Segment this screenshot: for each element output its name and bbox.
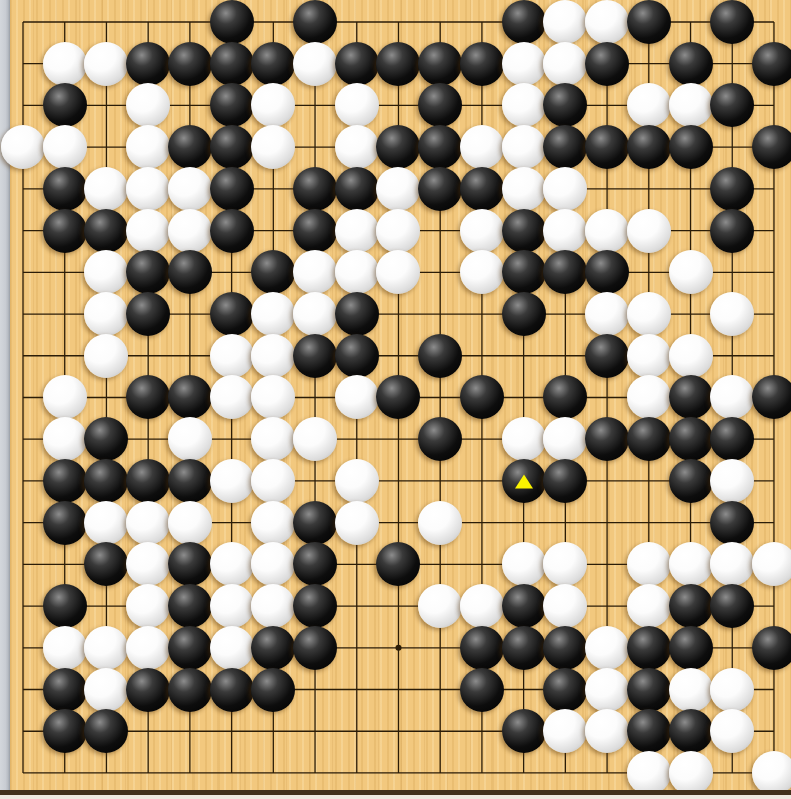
black-stone — [460, 668, 504, 712]
white-stone — [1, 125, 45, 169]
black-stone — [502, 292, 546, 336]
black-stone — [460, 42, 504, 86]
white-stone — [43, 375, 87, 419]
white-stone — [335, 501, 379, 545]
black-stone — [752, 626, 791, 670]
white-stone — [710, 292, 754, 336]
white-stone — [669, 83, 713, 127]
black-stone — [502, 250, 546, 294]
white-stone — [126, 626, 170, 670]
black-stone — [502, 0, 546, 44]
black-stone — [293, 167, 337, 211]
black-stone — [210, 125, 254, 169]
white-stone — [669, 334, 713, 378]
black-stone — [460, 167, 504, 211]
black-stone — [293, 0, 337, 44]
black-stone — [168, 668, 212, 712]
star-point — [395, 645, 401, 651]
white-stone — [335, 83, 379, 127]
white-stone — [84, 668, 128, 712]
black-stone — [669, 125, 713, 169]
white-stone — [460, 584, 504, 628]
black-stone — [627, 417, 671, 461]
black-stone — [126, 459, 170, 503]
black-stone — [210, 167, 254, 211]
white-stone — [210, 542, 254, 586]
black-stone-marked — [502, 459, 546, 503]
black-stone — [418, 334, 462, 378]
white-stone — [627, 375, 671, 419]
white-stone — [210, 459, 254, 503]
white-stone — [418, 584, 462, 628]
white-stone — [84, 501, 128, 545]
white-stone — [502, 83, 546, 127]
black-stone — [126, 668, 170, 712]
white-stone — [210, 375, 254, 419]
white-stone — [210, 334, 254, 378]
white-stone — [84, 626, 128, 670]
black-stone — [251, 668, 295, 712]
black-stone — [43, 584, 87, 628]
white-stone — [335, 375, 379, 419]
white-stone — [585, 709, 629, 753]
white-stone — [669, 542, 713, 586]
black-stone — [710, 584, 754, 628]
white-stone — [126, 125, 170, 169]
black-stone — [752, 42, 791, 86]
black-stone — [543, 459, 587, 503]
white-stone — [585, 668, 629, 712]
black-stone — [43, 167, 87, 211]
white-stone — [502, 542, 546, 586]
black-stone — [168, 626, 212, 670]
white-stone — [460, 125, 504, 169]
white-stone — [126, 209, 170, 253]
black-stone — [293, 584, 337, 628]
black-stone — [710, 501, 754, 545]
black-stone — [84, 209, 128, 253]
black-stone — [43, 209, 87, 253]
black-stone — [43, 501, 87, 545]
black-stone — [669, 584, 713, 628]
left-gutter — [0, 0, 10, 799]
black-stone — [335, 42, 379, 86]
black-stone — [251, 626, 295, 670]
white-stone — [502, 167, 546, 211]
black-stone — [335, 334, 379, 378]
black-stone — [627, 668, 671, 712]
black-stone — [126, 292, 170, 336]
white-stone — [543, 42, 587, 86]
white-stone — [43, 417, 87, 461]
black-stone — [710, 209, 754, 253]
black-stone — [293, 209, 337, 253]
white-stone — [669, 751, 713, 795]
white-stone — [627, 334, 671, 378]
black-stone — [168, 42, 212, 86]
black-stone — [210, 0, 254, 44]
black-stone — [669, 375, 713, 419]
white-stone — [752, 542, 791, 586]
white-stone — [335, 209, 379, 253]
black-stone — [210, 668, 254, 712]
black-stone — [627, 0, 671, 44]
white-stone — [376, 209, 420, 253]
white-stone — [543, 209, 587, 253]
white-stone — [84, 167, 128, 211]
white-stone — [168, 501, 212, 545]
white-stone — [627, 83, 671, 127]
black-stone — [669, 42, 713, 86]
black-stone — [418, 167, 462, 211]
black-stone — [335, 167, 379, 211]
black-stone — [43, 709, 87, 753]
white-stone — [585, 0, 629, 44]
black-stone — [210, 42, 254, 86]
black-stone — [669, 459, 713, 503]
white-stone — [335, 250, 379, 294]
black-stone — [585, 334, 629, 378]
white-stone — [168, 209, 212, 253]
black-stone — [43, 459, 87, 503]
black-stone — [335, 292, 379, 336]
white-stone — [84, 334, 128, 378]
black-stone — [752, 125, 791, 169]
black-stone — [543, 626, 587, 670]
black-stone — [669, 417, 713, 461]
white-stone — [585, 626, 629, 670]
white-stone — [585, 209, 629, 253]
white-stone — [335, 125, 379, 169]
white-stone — [43, 42, 87, 86]
white-stone — [627, 751, 671, 795]
black-stone — [418, 42, 462, 86]
white-stone — [293, 292, 337, 336]
black-stone — [502, 626, 546, 670]
black-stone — [627, 125, 671, 169]
white-stone — [293, 417, 337, 461]
black-stone — [168, 459, 212, 503]
white-stone — [251, 459, 295, 503]
white-stone — [502, 417, 546, 461]
black-stone — [502, 584, 546, 628]
board-bottom-lip — [0, 795, 791, 799]
white-stone — [627, 584, 671, 628]
black-stone — [585, 42, 629, 86]
white-stone — [460, 209, 504, 253]
black-stone — [710, 0, 754, 44]
white-stone — [251, 501, 295, 545]
black-stone — [168, 250, 212, 294]
white-stone — [585, 292, 629, 336]
black-stone — [669, 709, 713, 753]
black-stone — [210, 292, 254, 336]
white-stone — [126, 501, 170, 545]
white-stone — [752, 751, 791, 795]
white-stone — [543, 167, 587, 211]
white-stone — [627, 292, 671, 336]
white-stone — [418, 501, 462, 545]
white-stone — [710, 668, 754, 712]
go-app-window — [0, 0, 791, 799]
black-stone — [293, 501, 337, 545]
white-stone — [251, 334, 295, 378]
white-stone — [126, 167, 170, 211]
white-stone — [460, 250, 504, 294]
black-stone — [210, 209, 254, 253]
black-stone — [251, 42, 295, 86]
white-stone — [293, 42, 337, 86]
black-stone — [168, 584, 212, 628]
white-stone — [502, 42, 546, 86]
black-stone — [168, 125, 212, 169]
black-stone — [627, 626, 671, 670]
black-stone — [293, 334, 337, 378]
white-stone — [126, 584, 170, 628]
triangle-marker — [515, 474, 533, 488]
black-stone — [43, 83, 87, 127]
black-stone — [460, 626, 504, 670]
white-stone — [43, 626, 87, 670]
white-stone — [168, 167, 212, 211]
white-stone — [210, 584, 254, 628]
white-stone — [502, 125, 546, 169]
white-stone — [669, 250, 713, 294]
black-stone — [168, 542, 212, 586]
white-stone — [168, 417, 212, 461]
white-stone — [710, 459, 754, 503]
black-stone — [293, 626, 337, 670]
white-stone — [210, 626, 254, 670]
black-stone — [126, 42, 170, 86]
white-stone — [627, 209, 671, 253]
white-stone — [43, 125, 87, 169]
white-stone — [627, 542, 671, 586]
black-stone — [502, 709, 546, 753]
black-stone — [627, 709, 671, 753]
black-stone — [502, 209, 546, 253]
white-stone — [84, 42, 128, 86]
black-stone — [210, 83, 254, 127]
white-stone — [669, 668, 713, 712]
white-stone — [335, 459, 379, 503]
black-stone — [585, 417, 629, 461]
black-stone — [669, 626, 713, 670]
black-stone — [752, 375, 791, 419]
black-stone — [43, 668, 87, 712]
go-board[interactable] — [10, 0, 791, 799]
black-stone — [585, 125, 629, 169]
black-stone — [710, 167, 754, 211]
black-stone — [376, 42, 420, 86]
black-stone — [543, 668, 587, 712]
